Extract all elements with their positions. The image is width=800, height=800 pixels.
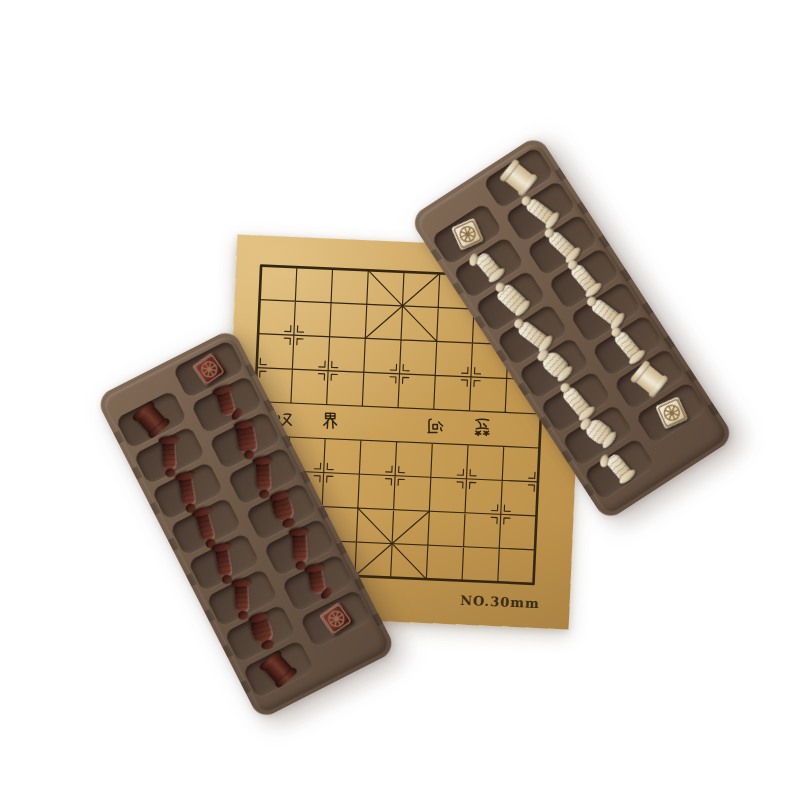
white-soldier-piece — [546, 230, 577, 261]
product-photo: NO.30mm — [0, 0, 800, 800]
white-soldier-piece — [524, 197, 556, 226]
river-char-chu — [475, 419, 489, 435]
white-chariot-tile-piece — [655, 396, 688, 429]
white-chariot-tile-piece — [450, 218, 483, 251]
dark-elephant-piece — [270, 493, 296, 524]
dark-soldier-piece — [234, 582, 250, 613]
dark-horse-piece — [307, 567, 326, 595]
dark-elephant-piece — [249, 615, 275, 646]
white-cannon-spool-piece — [502, 161, 536, 194]
dark-soldier-piece — [195, 510, 217, 543]
white-advisor-piece — [516, 320, 550, 351]
dark-cannon-spool-piece — [262, 652, 296, 686]
white-cannon-spool-piece — [632, 362, 666, 395]
dark-soldier-piece — [162, 440, 178, 471]
dark-soldier-piece — [178, 475, 197, 507]
river-char-jie — [324, 413, 337, 428]
dark-advisor-piece — [292, 532, 309, 564]
river-char-he — [428, 419, 443, 432]
white-horse-piece — [474, 251, 502, 281]
white-elephant-piece — [583, 416, 616, 448]
dark-chariot-tile-piece — [191, 352, 226, 387]
dark-cannon-spool-piece — [134, 403, 168, 437]
white-general-piece — [495, 282, 528, 315]
dark-chariot-tile-piece — [318, 601, 353, 636]
white-advisor-piece — [561, 385, 592, 418]
dark-general-piece — [235, 423, 259, 454]
dark-soldier-piece — [214, 546, 233, 578]
dark-advisor-piece — [255, 460, 272, 492]
white-soldier-piece — [613, 330, 643, 362]
dark-horse-piece — [216, 388, 238, 417]
white-soldier-piece — [590, 297, 622, 326]
white-horse-piece — [605, 452, 633, 482]
white-soldier-piece — [569, 263, 599, 295]
white-elephant-piece — [539, 349, 572, 381]
